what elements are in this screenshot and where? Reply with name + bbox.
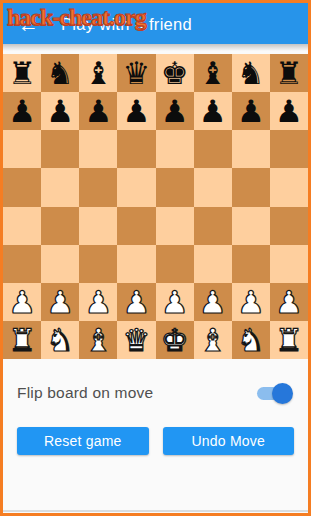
- toggle-knob: [272, 383, 293, 404]
- back-arrow-icon[interactable]: ←: [18, 14, 39, 35]
- square-g3[interactable]: [232, 245, 270, 283]
- flip-board-toggle[interactable]: [257, 387, 290, 400]
- white-pawn: ♟: [46, 283, 74, 321]
- square-g6[interactable]: [232, 130, 270, 168]
- square-g5[interactable]: [232, 168, 270, 206]
- square-a5[interactable]: [3, 168, 41, 206]
- app-bar: ← Play with a friend: [3, 3, 308, 44]
- square-d1[interactable]: ♛: [117, 321, 155, 359]
- square-f2[interactable]: ♟: [194, 283, 232, 321]
- black-rook: ♜: [275, 54, 303, 92]
- white-pawn: ♟: [123, 283, 151, 321]
- square-c2[interactable]: ♟: [79, 283, 117, 321]
- black-pawn: ♟: [84, 92, 112, 130]
- square-b2[interactable]: ♟: [41, 283, 79, 321]
- square-f4[interactable]: [194, 207, 232, 245]
- square-c7[interactable]: ♟: [79, 92, 117, 130]
- square-d4[interactable]: [117, 207, 155, 245]
- square-h2[interactable]: ♟: [270, 283, 308, 321]
- flip-board-label: Flip board on move: [17, 384, 153, 402]
- square-h3[interactable]: [270, 245, 308, 283]
- black-king: ♚: [161, 54, 189, 92]
- square-a8[interactable]: ♜: [3, 54, 41, 92]
- square-c5[interactable]: [79, 168, 117, 206]
- square-b1[interactable]: ♞: [41, 321, 79, 359]
- bottom-divider: [3, 510, 308, 512]
- square-d2[interactable]: ♟: [117, 283, 155, 321]
- black-bishop: ♝: [84, 54, 112, 92]
- square-c3[interactable]: [79, 245, 117, 283]
- white-knight: ♞: [237, 321, 265, 359]
- square-f5[interactable]: [194, 168, 232, 206]
- square-g4[interactable]: [232, 207, 270, 245]
- square-g2[interactable]: ♟: [232, 283, 270, 321]
- black-knight: ♞: [237, 54, 265, 92]
- square-h1[interactable]: ♜: [270, 321, 308, 359]
- square-b4[interactable]: [41, 207, 79, 245]
- square-f1[interactable]: ♝: [194, 321, 232, 359]
- square-c1[interactable]: ♝: [79, 321, 117, 359]
- square-e1[interactable]: ♚: [156, 321, 194, 359]
- reset-game-button[interactable]: Reset game: [17, 427, 149, 455]
- square-e7[interactable]: ♟: [156, 92, 194, 130]
- black-pawn: ♟: [8, 92, 36, 130]
- square-c8[interactable]: ♝: [79, 54, 117, 92]
- square-d8[interactable]: ♛: [117, 54, 155, 92]
- square-d3[interactable]: [117, 245, 155, 283]
- square-g8[interactable]: ♞: [232, 54, 270, 92]
- square-a3[interactable]: [3, 245, 41, 283]
- square-d6[interactable]: [117, 130, 155, 168]
- square-a4[interactable]: [3, 207, 41, 245]
- white-pawn: ♟: [275, 283, 303, 321]
- black-queen: ♛: [123, 54, 151, 92]
- square-h8[interactable]: ♜: [270, 54, 308, 92]
- square-e3[interactable]: [156, 245, 194, 283]
- white-pawn: ♟: [8, 283, 36, 321]
- white-rook: ♜: [275, 321, 303, 359]
- black-pawn: ♟: [161, 92, 189, 130]
- button-row: Reset game Undo Move: [17, 427, 294, 455]
- white-queen: ♛: [123, 321, 151, 359]
- white-pawn: ♟: [199, 283, 227, 321]
- square-e4[interactable]: [156, 207, 194, 245]
- black-pawn: ♟: [275, 92, 303, 130]
- black-knight: ♞: [46, 54, 74, 92]
- square-b5[interactable]: [41, 168, 79, 206]
- white-king: ♚: [161, 321, 189, 359]
- square-e5[interactable]: [156, 168, 194, 206]
- page-title: Play with a friend: [61, 15, 192, 34]
- square-f7[interactable]: ♟: [194, 92, 232, 130]
- square-a6[interactable]: [3, 130, 41, 168]
- white-bishop: ♝: [84, 321, 112, 359]
- square-f6[interactable]: [194, 130, 232, 168]
- chess-board: ♜♞♝♛♚♝♞♜♟♟♟♟♟♟♟♟♟♟♟♟♟♟♟♟♜♞♝♛♚♝♞♜: [3, 54, 308, 359]
- appbar-shadow: [3, 44, 308, 54]
- square-b7[interactable]: ♟: [41, 92, 79, 130]
- white-bishop: ♝: [199, 321, 227, 359]
- controls-panel: Flip board on move Reset game Undo Move: [3, 359, 308, 455]
- square-e6[interactable]: [156, 130, 194, 168]
- square-h5[interactable]: [270, 168, 308, 206]
- square-f3[interactable]: [194, 245, 232, 283]
- square-d7[interactable]: ♟: [117, 92, 155, 130]
- square-e8[interactable]: ♚: [156, 54, 194, 92]
- white-knight: ♞: [46, 321, 74, 359]
- square-h6[interactable]: [270, 130, 308, 168]
- white-pawn: ♟: [237, 283, 265, 321]
- square-b3[interactable]: [41, 245, 79, 283]
- square-h4[interactable]: [270, 207, 308, 245]
- black-pawn: ♟: [199, 92, 227, 130]
- app-screen: hack-cheat.org ← Play with a friend ♜♞♝♛…: [0, 0, 311, 516]
- square-c4[interactable]: [79, 207, 117, 245]
- white-rook: ♜: [8, 321, 36, 359]
- black-pawn: ♟: [46, 92, 74, 130]
- square-c6[interactable]: [79, 130, 117, 168]
- square-g1[interactable]: ♞: [232, 321, 270, 359]
- square-h7[interactable]: ♟: [270, 92, 308, 130]
- black-pawn: ♟: [237, 92, 265, 130]
- white-pawn: ♟: [161, 283, 189, 321]
- black-rook: ♜: [8, 54, 36, 92]
- black-bishop: ♝: [199, 54, 227, 92]
- square-f8[interactable]: ♝: [194, 54, 232, 92]
- square-a1[interactable]: ♜: [3, 321, 41, 359]
- square-b6[interactable]: [41, 130, 79, 168]
- square-d5[interactable]: [117, 168, 155, 206]
- square-e2[interactable]: ♟: [156, 283, 194, 321]
- square-a7[interactable]: ♟: [3, 92, 41, 130]
- black-pawn: ♟: [123, 92, 151, 130]
- square-a2[interactable]: ♟: [3, 283, 41, 321]
- square-b8[interactable]: ♞: [41, 54, 79, 92]
- white-pawn: ♟: [84, 283, 112, 321]
- square-g7[interactable]: ♟: [232, 92, 270, 130]
- undo-move-button[interactable]: Undo Move: [163, 427, 295, 455]
- flip-board-row: Flip board on move: [17, 380, 294, 406]
